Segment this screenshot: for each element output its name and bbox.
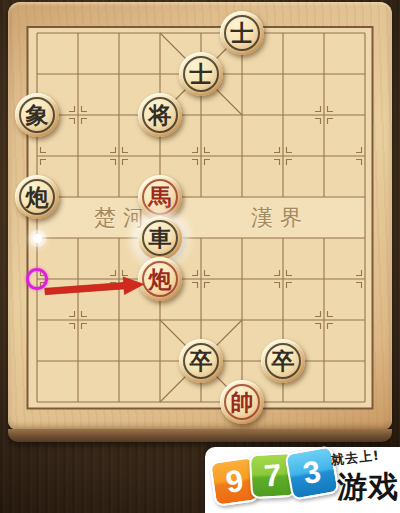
board-intersections-grid[interactable]: 士士将象炮馬車炮卒卒帥 [17, 13, 386, 423]
piece-character: 馬 [138, 175, 182, 219]
piece-character: 士 [220, 11, 264, 55]
red-horse[interactable]: 馬 [138, 175, 182, 219]
black-cannon[interactable]: 炮 [15, 175, 59, 219]
logo-brand-text: 游戏 [337, 467, 399, 508]
piece-character: 炮 [15, 175, 59, 219]
piece-character: 卒 [179, 339, 223, 383]
red-cannon[interactable]: 炮 [138, 257, 182, 301]
xiangqi-game-scene: 楚河 漢界 士士将象炮馬車炮卒卒帥 9 7 3 就去上! 游戏 [0, 0, 400, 513]
piece-character: 象 [15, 93, 59, 137]
black-soldier[interactable]: 卒 [261, 339, 305, 383]
piece-character: 帥 [220, 380, 264, 424]
black-soldier[interactable]: 卒 [179, 339, 223, 383]
red-general[interactable]: 帥 [220, 380, 264, 424]
black-general[interactable]: 将 [138, 93, 182, 137]
piece-character: 卒 [261, 339, 305, 383]
piece-character: 士 [179, 52, 223, 96]
black-advisor[interactable]: 士 [220, 11, 264, 55]
black-elephant[interactable]: 象 [15, 93, 59, 137]
white-dot-marker [33, 234, 42, 243]
piece-character: 車 [138, 216, 182, 260]
black-advisor[interactable]: 士 [179, 52, 223, 96]
piece-character: 将 [138, 93, 182, 137]
black-chariot[interactable]: 車 [138, 216, 182, 260]
magenta-circle-annotation [26, 268, 48, 290]
piece-character: 炮 [138, 257, 182, 301]
watermark-973-games-logo[interactable]: 9 7 3 就去上! 游戏 [205, 447, 400, 513]
